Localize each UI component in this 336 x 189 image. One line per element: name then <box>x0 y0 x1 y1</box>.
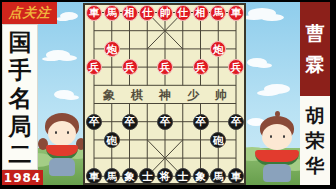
player-char: 荣 <box>306 131 325 150</box>
xiangqi-piece-red[interactable]: 相 <box>193 5 209 21</box>
xiangqi-piece-red[interactable]: 兵 <box>122 59 138 75</box>
river-char: 棋 <box>131 87 143 104</box>
cloud-icon <box>46 50 70 60</box>
player-name-top: 曹 霖 <box>300 2 330 96</box>
xiangqi-piece-black[interactable]: 馬 <box>210 168 226 184</box>
xiangqi-piece-red[interactable]: 相 <box>122 5 138 21</box>
xiangqi-piece-red[interactable]: 兵 <box>157 59 173 75</box>
cloud-icon <box>247 58 267 67</box>
cartoon-girl-watermelon <box>37 112 87 186</box>
xiangqi-piece-black[interactable]: 砲 <box>104 132 120 148</box>
xiangqi-piece-red[interactable]: 仕 <box>139 5 155 21</box>
xiangqi-piece-black[interactable]: 士 <box>175 168 191 184</box>
xiangqi-piece-red[interactable]: 兵 <box>228 59 244 75</box>
year-badge: 1984 <box>2 170 43 185</box>
follow-label: 点关注 <box>8 4 52 22</box>
player-char: 华 <box>306 156 325 175</box>
cartoon-boy-watermelon <box>251 114 303 188</box>
cloud-icon <box>60 12 78 20</box>
xiangqi-piece-black[interactable]: 砲 <box>210 132 226 148</box>
title-char: 国 <box>9 30 32 53</box>
player-char: 曹 <box>306 24 325 43</box>
title-char: 局 <box>9 114 32 137</box>
xiangqi-piece-black[interactable]: 卒 <box>157 114 173 130</box>
xiangqi-piece-black[interactable]: 象 <box>122 168 138 184</box>
xiangqi-piece-red[interactable]: 炮 <box>104 41 120 57</box>
river-char: 少 <box>187 87 199 104</box>
follow-badge[interactable]: 点关注 <box>2 2 57 24</box>
year-label: 1984 <box>4 171 41 185</box>
river-char: 神 <box>159 87 171 104</box>
cloud-icon <box>264 84 290 94</box>
xiangqi-piece-red[interactable]: 炮 <box>210 41 226 57</box>
title-char: 二 <box>9 142 32 165</box>
xiangqi-piece-red[interactable]: 車 <box>228 5 244 21</box>
xiangqi-piece-red[interactable]: 兵 <box>193 59 209 75</box>
series-title-banner: 国 手 名 局 二 <box>2 24 38 170</box>
cloud-icon <box>54 90 74 99</box>
river-char: 象 <box>103 87 115 104</box>
title-char: 手 <box>9 58 32 81</box>
xiangqi-piece-black[interactable]: 卒 <box>228 114 244 130</box>
xiangqi-piece-red[interactable]: 車 <box>86 5 102 21</box>
player-char: 胡 <box>306 106 325 125</box>
thumbnail-canvas: 象 棋 神 少 帅 車馬相仕帥仕相馬車炮炮兵兵兵兵兵卒卒卒卒卒砲砲車馬象士将士象… <box>0 0 336 189</box>
xiangqi-piece-black[interactable]: 卒 <box>122 114 138 130</box>
xiangqi-piece-black[interactable]: 士 <box>139 168 155 184</box>
xiangqi-piece-red[interactable]: 帥 <box>157 5 173 21</box>
player-char: 霖 <box>306 55 325 74</box>
xiangqi-piece-black[interactable]: 卒 <box>86 114 102 130</box>
xiangqi-board[interactable]: 象 棋 神 少 帅 車馬相仕帥仕相馬車炮炮兵兵兵兵兵卒卒卒卒卒砲砲車馬象士将士象… <box>83 3 246 185</box>
xiangqi-piece-red[interactable]: 馬 <box>104 5 120 21</box>
xiangqi-piece-black[interactable]: 卒 <box>193 114 209 130</box>
xiangqi-piece-black[interactable]: 馬 <box>104 168 120 184</box>
player-name-bottom: 胡 荣 华 <box>300 96 330 185</box>
river-char: 帅 <box>215 87 227 104</box>
xiangqi-piece-red[interactable]: 兵 <box>86 59 102 75</box>
cloud-icon <box>248 8 276 19</box>
xiangqi-piece-black[interactable]: 象 <box>193 168 209 184</box>
xiangqi-piece-red[interactable]: 仕 <box>175 5 191 21</box>
river-watermark: 象 棋 神 少 帅 <box>103 87 227 103</box>
title-char: 名 <box>9 86 32 109</box>
xiangqi-piece-red[interactable]: 馬 <box>210 5 226 21</box>
